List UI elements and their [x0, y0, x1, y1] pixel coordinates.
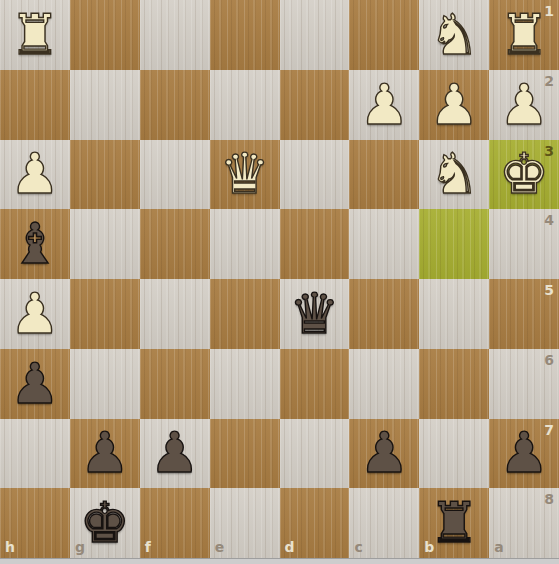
- chess-board: ♜♞♜1♟♟♟2♟♛♞♚3♝4♟♛5♟6♟♟♟♟7h♚gfedc♜b8a: [0, 0, 559, 558]
- square-d3[interactable]: [280, 140, 350, 210]
- square-h2[interactable]: [0, 70, 70, 140]
- square-f7[interactable]: ♟: [140, 419, 210, 489]
- rank-label-5: 5: [544, 283, 554, 297]
- square-d5[interactable]: ♛: [280, 279, 350, 349]
- square-b5[interactable]: [419, 279, 489, 349]
- square-a5[interactable]: 5: [489, 279, 559, 349]
- piece-white-pawn[interactable]: ♟: [429, 77, 479, 133]
- piece-black-king[interactable]: ♚: [80, 495, 130, 551]
- piece-black-pawn[interactable]: ♟: [10, 356, 60, 412]
- square-h1[interactable]: ♜: [0, 0, 70, 70]
- rank-label-3: 3: [544, 144, 554, 158]
- square-a8[interactable]: 8a: [489, 488, 559, 558]
- square-e2[interactable]: [210, 70, 280, 140]
- square-b4[interactable]: [419, 209, 489, 279]
- piece-white-pawn[interactable]: ♟: [499, 77, 549, 133]
- piece-black-bishop[interactable]: ♝: [10, 216, 60, 272]
- square-d4[interactable]: [280, 209, 350, 279]
- piece-white-rook[interactable]: ♜: [499, 7, 549, 63]
- piece-white-knight[interactable]: ♞: [429, 146, 479, 202]
- square-f6[interactable]: [140, 349, 210, 419]
- square-a2[interactable]: ♟2: [489, 70, 559, 140]
- square-g4[interactable]: [70, 209, 140, 279]
- square-f4[interactable]: [140, 209, 210, 279]
- square-b7[interactable]: [419, 419, 489, 489]
- file-label-e: e: [215, 540, 225, 554]
- square-e4[interactable]: [210, 209, 280, 279]
- file-label-c: c: [354, 540, 362, 554]
- file-label-h: h: [5, 540, 15, 554]
- square-e1[interactable]: [210, 0, 280, 70]
- square-b2[interactable]: ♟: [419, 70, 489, 140]
- file-label-g: g: [75, 540, 85, 554]
- rank-label-8: 8: [544, 492, 554, 506]
- square-c3[interactable]: [349, 140, 419, 210]
- square-d2[interactable]: [280, 70, 350, 140]
- square-c1[interactable]: [349, 0, 419, 70]
- square-a3[interactable]: ♚3: [489, 140, 559, 210]
- square-g3[interactable]: [70, 140, 140, 210]
- square-g8[interactable]: ♚g: [70, 488, 140, 558]
- square-e3[interactable]: ♛: [210, 140, 280, 210]
- square-a1[interactable]: ♜1: [489, 0, 559, 70]
- square-g7[interactable]: ♟: [70, 419, 140, 489]
- piece-white-pawn[interactable]: ♟: [359, 77, 409, 133]
- rank-label-6: 6: [544, 353, 554, 367]
- square-e6[interactable]: [210, 349, 280, 419]
- square-f3[interactable]: [140, 140, 210, 210]
- square-a6[interactable]: 6: [489, 349, 559, 419]
- square-f1[interactable]: [140, 0, 210, 70]
- piece-white-knight[interactable]: ♞: [429, 7, 479, 63]
- square-b3[interactable]: ♞: [419, 140, 489, 210]
- square-g5[interactable]: [70, 279, 140, 349]
- piece-white-pawn[interactable]: ♟: [10, 146, 60, 202]
- file-label-d: d: [285, 540, 295, 554]
- square-c6[interactable]: [349, 349, 419, 419]
- square-c5[interactable]: [349, 279, 419, 349]
- square-g2[interactable]: [70, 70, 140, 140]
- square-c2[interactable]: ♟: [349, 70, 419, 140]
- square-h4[interactable]: ♝: [0, 209, 70, 279]
- rank-label-7: 7: [544, 423, 554, 437]
- piece-white-queen[interactable]: ♛: [219, 146, 269, 202]
- square-b6[interactable]: [419, 349, 489, 419]
- square-h6[interactable]: ♟: [0, 349, 70, 419]
- square-h8[interactable]: h: [0, 488, 70, 558]
- piece-black-rook[interactable]: ♜: [429, 495, 479, 551]
- square-b8[interactable]: ♜b: [419, 488, 489, 558]
- piece-white-pawn[interactable]: ♟: [10, 286, 60, 342]
- square-e8[interactable]: e: [210, 488, 280, 558]
- piece-black-pawn[interactable]: ♟: [150, 425, 200, 481]
- file-label-f: f: [145, 540, 151, 554]
- file-label-b: b: [424, 540, 434, 554]
- piece-black-pawn[interactable]: ♟: [359, 425, 409, 481]
- square-d6[interactable]: [280, 349, 350, 419]
- square-h3[interactable]: ♟: [0, 140, 70, 210]
- piece-black-queen[interactable]: ♛: [289, 286, 339, 342]
- square-f5[interactable]: [140, 279, 210, 349]
- rank-label-2: 2: [544, 74, 554, 88]
- square-h5[interactable]: ♟: [0, 279, 70, 349]
- piece-white-rook[interactable]: ♜: [10, 7, 60, 63]
- page-background-strip: [0, 558, 559, 564]
- square-c7[interactable]: ♟: [349, 419, 419, 489]
- square-g6[interactable]: [70, 349, 140, 419]
- square-d7[interactable]: [280, 419, 350, 489]
- piece-white-king[interactable]: ♚: [499, 146, 549, 202]
- square-e7[interactable]: [210, 419, 280, 489]
- square-d1[interactable]: [280, 0, 350, 70]
- square-h7[interactable]: [0, 419, 70, 489]
- piece-black-pawn[interactable]: ♟: [80, 425, 130, 481]
- rank-label-4: 4: [544, 213, 554, 227]
- square-g1[interactable]: [70, 0, 140, 70]
- file-label-a: a: [494, 540, 503, 554]
- square-a4[interactable]: 4: [489, 209, 559, 279]
- rank-label-1: 1: [544, 4, 554, 18]
- square-a7[interactable]: ♟7: [489, 419, 559, 489]
- square-d8[interactable]: d: [280, 488, 350, 558]
- square-c8[interactable]: c: [349, 488, 419, 558]
- square-b1[interactable]: ♞: [419, 0, 489, 70]
- piece-black-pawn[interactable]: ♟: [499, 425, 549, 481]
- square-f2[interactable]: [140, 70, 210, 140]
- square-c4[interactable]: [349, 209, 419, 279]
- square-f8[interactable]: f: [140, 488, 210, 558]
- square-e5[interactable]: [210, 279, 280, 349]
